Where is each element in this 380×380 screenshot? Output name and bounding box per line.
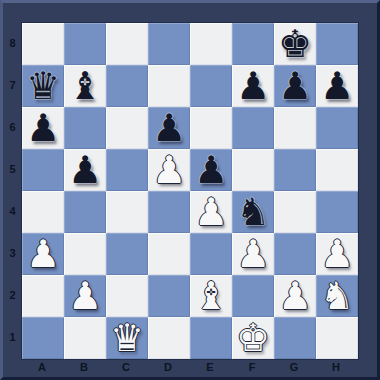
square-h4[interactable]	[316, 191, 358, 233]
rank-label-4: 4	[5, 190, 20, 232]
square-f7[interactable]: ♟	[232, 65, 274, 107]
black-knight: ♞	[236, 191, 270, 233]
square-f8[interactable]	[232, 23, 274, 65]
square-h8[interactable]	[316, 23, 358, 65]
square-b1[interactable]	[64, 317, 106, 359]
square-g7[interactable]: ♟	[274, 65, 316, 107]
file-label-h: H	[315, 359, 357, 375]
square-d7[interactable]	[148, 65, 190, 107]
white-pawn: ♟	[236, 233, 270, 275]
file-label-b: B	[63, 359, 105, 375]
rank-label-2: 2	[5, 274, 20, 316]
black-pawn: ♟	[68, 149, 102, 191]
square-c4[interactable]	[106, 191, 148, 233]
square-a4[interactable]	[22, 191, 64, 233]
square-d2[interactable]	[148, 275, 190, 317]
square-h5[interactable]	[316, 149, 358, 191]
square-e3[interactable]	[190, 233, 232, 275]
square-h2[interactable]: ♞	[316, 275, 358, 317]
square-g8[interactable]: ♚	[274, 23, 316, 65]
square-c6[interactable]	[106, 107, 148, 149]
white-pawn: ♟	[26, 233, 60, 275]
file-label-c: C	[105, 359, 147, 375]
square-b3[interactable]	[64, 233, 106, 275]
rank-label-8: 8	[5, 22, 20, 64]
square-f5[interactable]	[232, 149, 274, 191]
square-h3[interactable]: ♟	[316, 233, 358, 275]
square-g5[interactable]	[274, 149, 316, 191]
black-pawn: ♟	[26, 107, 60, 149]
rank-label-7: 7	[5, 64, 20, 106]
square-a5[interactable]	[22, 149, 64, 191]
square-c1[interactable]: ♛	[106, 317, 148, 359]
rank-labels: 87654321	[5, 22, 20, 358]
black-pawn: ♟	[236, 65, 270, 107]
square-g6[interactable]	[274, 107, 316, 149]
square-b8[interactable]	[64, 23, 106, 65]
black-queen: ♛	[26, 65, 60, 107]
white-pawn: ♟	[278, 275, 312, 317]
white-king: ♚	[236, 317, 270, 359]
square-b6[interactable]	[64, 107, 106, 149]
square-f4[interactable]: ♞	[232, 191, 274, 233]
square-c2[interactable]	[106, 275, 148, 317]
black-pawn: ♟	[152, 107, 186, 149]
square-b2[interactable]: ♟	[64, 275, 106, 317]
square-e5[interactable]: ♟	[190, 149, 232, 191]
square-e1[interactable]	[190, 317, 232, 359]
square-g2[interactable]: ♟	[274, 275, 316, 317]
white-bishop: ♝	[194, 275, 228, 317]
square-e6[interactable]	[190, 107, 232, 149]
white-queen: ♛	[110, 317, 144, 359]
square-a6[interactable]: ♟	[22, 107, 64, 149]
square-h7[interactable]: ♟	[316, 65, 358, 107]
black-pawn: ♟	[278, 65, 312, 107]
square-g3[interactable]	[274, 233, 316, 275]
file-label-e: E	[189, 359, 231, 375]
square-f3[interactable]: ♟	[232, 233, 274, 275]
rank-label-5: 5	[5, 148, 20, 190]
file-label-d: D	[147, 359, 189, 375]
square-f1[interactable]: ♚	[232, 317, 274, 359]
file-label-a: A	[21, 359, 63, 375]
square-c3[interactable]	[106, 233, 148, 275]
square-a1[interactable]	[22, 317, 64, 359]
chess-board: ♚♛♝♟♟♟♟♟♟♟♟♟♞♟♟♟♟♝♟♞♛♚	[21, 22, 359, 360]
square-a8[interactable]	[22, 23, 64, 65]
white-pawn: ♟	[320, 233, 354, 275]
square-e4[interactable]: ♟	[190, 191, 232, 233]
square-f2[interactable]	[232, 275, 274, 317]
white-pawn: ♟	[194, 191, 228, 233]
white-knight: ♞	[320, 275, 354, 317]
square-b7[interactable]: ♝	[64, 65, 106, 107]
square-d4[interactable]	[148, 191, 190, 233]
square-f6[interactable]	[232, 107, 274, 149]
chess-board-frame: 87654321 ♚♛♝♟♟♟♟♟♟♟♟♟♞♟♟♟♟♝♟♞♛♚ ABCDEFGH	[0, 0, 380, 380]
file-labels: ABCDEFGH	[21, 359, 357, 375]
white-pawn: ♟	[152, 149, 186, 191]
square-c7[interactable]	[106, 65, 148, 107]
file-label-g: G	[273, 359, 315, 375]
black-pawn: ♟	[194, 149, 228, 191]
black-pawn: ♟	[320, 65, 354, 107]
square-h1[interactable]	[316, 317, 358, 359]
square-e7[interactable]	[190, 65, 232, 107]
rank-label-1: 1	[5, 316, 20, 358]
file-label-f: F	[231, 359, 273, 375]
white-pawn: ♟	[68, 275, 102, 317]
square-d1[interactable]	[148, 317, 190, 359]
square-h6[interactable]	[316, 107, 358, 149]
square-a2[interactable]	[22, 275, 64, 317]
square-d5[interactable]: ♟	[148, 149, 190, 191]
square-g1[interactable]	[274, 317, 316, 359]
square-c8[interactable]	[106, 23, 148, 65]
square-e8[interactable]	[190, 23, 232, 65]
black-king: ♚	[278, 23, 312, 65]
black-bishop: ♝	[68, 65, 102, 107]
rank-label-3: 3	[5, 232, 20, 274]
square-e2[interactable]: ♝	[190, 275, 232, 317]
square-d3[interactable]	[148, 233, 190, 275]
square-b4[interactable]	[64, 191, 106, 233]
square-c5[interactable]	[106, 149, 148, 191]
square-a7[interactable]: ♛	[22, 65, 64, 107]
square-b5[interactable]: ♟	[64, 149, 106, 191]
square-g4[interactable]	[274, 191, 316, 233]
square-d6[interactable]: ♟	[148, 107, 190, 149]
square-a3[interactable]: ♟	[22, 233, 64, 275]
rank-label-6: 6	[5, 106, 20, 148]
square-d8[interactable]	[148, 23, 190, 65]
